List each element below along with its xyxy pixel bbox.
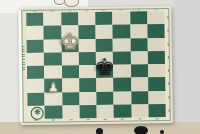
square-g2[interactable] bbox=[131, 91, 148, 104]
square-a2[interactable] bbox=[27, 92, 44, 105]
square-f3[interactable] bbox=[113, 78, 130, 91]
rank-tick bbox=[168, 96, 169, 99]
square-h3[interactable] bbox=[148, 77, 165, 90]
rank-tick bbox=[167, 16, 168, 19]
square-g5[interactable] bbox=[130, 51, 147, 64]
square-h8[interactable] bbox=[147, 11, 164, 24]
square-c2[interactable] bbox=[62, 92, 79, 105]
square-g1[interactable] bbox=[131, 104, 148, 117]
square-g4[interactable] bbox=[130, 64, 147, 77]
file-tick bbox=[121, 119, 124, 120]
square-g7[interactable] bbox=[130, 25, 147, 38]
square-b8[interactable] bbox=[44, 12, 61, 25]
square-e1[interactable] bbox=[97, 105, 114, 118]
square-c4[interactable] bbox=[61, 65, 78, 78]
square-d6[interactable] bbox=[78, 39, 95, 52]
rank-tick bbox=[168, 69, 169, 72]
square-g3[interactable] bbox=[131, 78, 148, 91]
white-king[interactable]: ♚ bbox=[60, 31, 80, 53]
square-h2[interactable] bbox=[148, 91, 165, 104]
file-tick bbox=[33, 10, 36, 11]
square-h6[interactable] bbox=[147, 38, 164, 51]
square-f6[interactable] bbox=[113, 38, 130, 51]
square-b4[interactable] bbox=[44, 65, 61, 78]
rank-tick bbox=[167, 29, 168, 32]
file-tick bbox=[138, 118, 141, 119]
square-h5[interactable] bbox=[148, 51, 165, 64]
table-surface-right bbox=[174, 0, 200, 134]
square-b1[interactable] bbox=[45, 105, 62, 118]
file-tick bbox=[87, 119, 90, 120]
square-e7[interactable] bbox=[95, 25, 112, 38]
vertical-brand-text-icon bbox=[22, 46, 25, 70]
square-d2[interactable] bbox=[79, 91, 96, 104]
square-c1[interactable] bbox=[62, 105, 79, 118]
offboard-black-piece-icon[interactable] bbox=[134, 126, 148, 134]
square-d7[interactable] bbox=[78, 25, 95, 38]
square-f8[interactable] bbox=[113, 12, 130, 25]
square-g6[interactable] bbox=[130, 38, 147, 51]
file-tick bbox=[154, 9, 157, 10]
square-f1[interactable] bbox=[114, 104, 131, 117]
file-tick bbox=[102, 9, 105, 10]
black-king[interactable]: ♚ bbox=[94, 56, 115, 79]
rank-tick bbox=[168, 82, 169, 85]
square-e2[interactable] bbox=[96, 91, 113, 104]
offboard-black-piece-icon[interactable] bbox=[96, 128, 103, 134]
file-tick bbox=[68, 10, 71, 11]
rank-tick bbox=[167, 43, 168, 46]
square-f7[interactable] bbox=[113, 25, 130, 38]
square-h4[interactable] bbox=[148, 64, 165, 77]
file-tick bbox=[35, 120, 38, 121]
file-tick bbox=[51, 10, 54, 11]
file-tick bbox=[69, 119, 72, 120]
square-b5[interactable] bbox=[44, 52, 61, 65]
square-a5[interactable] bbox=[27, 52, 44, 65]
square-h7[interactable] bbox=[147, 24, 164, 37]
square-c3[interactable] bbox=[62, 78, 79, 91]
offboard-black-piece-icon[interactable] bbox=[160, 130, 164, 134]
square-f4[interactable] bbox=[113, 65, 130, 78]
file-tick bbox=[52, 120, 55, 121]
file-tick bbox=[156, 118, 159, 119]
square-c8[interactable] bbox=[61, 12, 78, 25]
square-g8[interactable] bbox=[130, 11, 147, 24]
rank-tick bbox=[167, 56, 168, 59]
square-a8[interactable] bbox=[26, 13, 43, 26]
white-pawn[interactable]: ♟ bbox=[47, 80, 59, 93]
square-h1[interactable] bbox=[148, 104, 165, 117]
board-photo-scene: ♚♟♚ ❋ bbox=[0, 0, 200, 134]
file-tick bbox=[137, 9, 140, 10]
square-f2[interactable] bbox=[114, 91, 131, 104]
square-a3[interactable] bbox=[27, 79, 44, 92]
square-a4[interactable] bbox=[27, 66, 44, 79]
square-f5[interactable] bbox=[113, 51, 130, 64]
square-b6[interactable] bbox=[44, 39, 61, 52]
file-tick bbox=[85, 10, 88, 11]
floral-emblem-icon: ❋ bbox=[31, 107, 44, 120]
rank-tick bbox=[168, 109, 169, 112]
file-tick bbox=[120, 9, 123, 10]
square-a7[interactable] bbox=[26, 26, 43, 39]
square-d1[interactable] bbox=[79, 105, 96, 118]
square-d8[interactable] bbox=[78, 12, 95, 25]
square-e6[interactable] bbox=[96, 38, 113, 51]
square-e8[interactable] bbox=[95, 12, 112, 25]
square-b7[interactable] bbox=[44, 26, 61, 39]
square-a6[interactable] bbox=[27, 39, 44, 52]
chess-board-mat: ♚♟♚ ❋ bbox=[19, 6, 173, 125]
file-tick bbox=[104, 119, 107, 120]
